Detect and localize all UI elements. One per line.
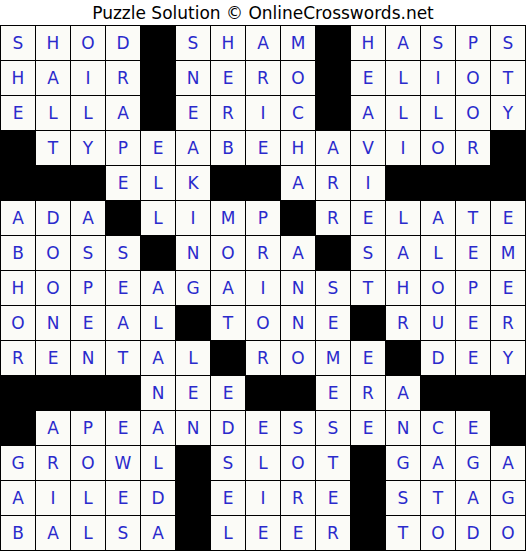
letter-cell: B [1, 516, 36, 551]
letter-cell: R [386, 306, 421, 341]
letter-cell: B [1, 236, 36, 271]
letter-cell: O [281, 61, 316, 96]
black-cell [176, 516, 211, 551]
letter-cell: A [421, 201, 456, 236]
letter-cell: R [316, 166, 351, 201]
letter-cell: I [386, 131, 421, 166]
letter-cell: O [491, 516, 526, 551]
letter-cell: L [141, 446, 176, 481]
letter-cell: A [36, 516, 71, 551]
letter-cell: L [71, 96, 106, 131]
letter-cell: S [351, 236, 386, 271]
letter-cell: U [421, 306, 456, 341]
black-cell [176, 481, 211, 516]
letter-cell: A [36, 411, 71, 446]
letter-cell: A [71, 201, 106, 236]
letter-cell: Y [71, 131, 106, 166]
letter-cell: L [386, 61, 421, 96]
letter-cell: S [106, 236, 141, 271]
black-cell [316, 236, 351, 271]
letter-cell: T [36, 131, 71, 166]
letter-cell: O [421, 271, 456, 306]
letter-cell: R [36, 446, 71, 481]
letter-cell: H [351, 26, 386, 61]
letter-cell: T [211, 306, 246, 341]
letter-cell: Y [491, 341, 526, 376]
letter-cell: I [71, 61, 106, 96]
letter-cell: R [211, 96, 246, 131]
letter-cell: R [316, 516, 351, 551]
letter-cell: L [71, 516, 106, 551]
letter-cell: O [246, 306, 281, 341]
letter-cell: A [176, 131, 211, 166]
letter-cell: E [456, 341, 491, 376]
letter-cell: N [71, 341, 106, 376]
letter-cell: E [351, 341, 386, 376]
letter-cell: O [421, 131, 456, 166]
letter-cell: T [421, 481, 456, 516]
letter-cell: E [106, 271, 141, 306]
black-cell [456, 166, 491, 201]
letter-cell: T [491, 61, 526, 96]
letter-cell: R [316, 201, 351, 236]
letter-cell: E [491, 201, 526, 236]
black-cell [141, 61, 176, 96]
letter-cell: P [106, 131, 141, 166]
letter-cell: M [281, 26, 316, 61]
black-cell [491, 411, 526, 446]
black-cell [106, 376, 141, 411]
letter-cell: H [1, 61, 36, 96]
letter-cell: A [1, 481, 36, 516]
black-cell [71, 166, 106, 201]
letter-cell: S [106, 516, 141, 551]
letter-cell: E [246, 516, 281, 551]
letter-cell: W [106, 446, 141, 481]
letter-cell: O [36, 271, 71, 306]
letter-cell: L [141, 306, 176, 341]
letter-cell: V [351, 131, 386, 166]
letter-cell: H [281, 131, 316, 166]
letter-cell: E [36, 341, 71, 376]
letter-cell: S [421, 26, 456, 61]
black-cell [71, 376, 106, 411]
letter-cell: S [491, 26, 526, 61]
letter-cell: S [176, 26, 211, 61]
letter-cell: A [141, 516, 176, 551]
black-cell [1, 131, 36, 166]
letter-cell: A [386, 376, 421, 411]
black-cell [176, 446, 211, 481]
letter-cell: L [141, 201, 176, 236]
letter-cell: N [176, 236, 211, 271]
letter-cell: G [456, 446, 491, 481]
letter-cell: I [246, 271, 281, 306]
letter-cell: R [246, 341, 281, 376]
letter-cell: D [141, 481, 176, 516]
letter-cell: A [36, 61, 71, 96]
black-cell [421, 376, 456, 411]
page-title: Puzzle Solution © OnlineCrosswords.net [0, 0, 526, 25]
letter-cell: N [36, 306, 71, 341]
letter-cell: O [421, 516, 456, 551]
black-cell [211, 166, 246, 201]
letter-cell: R [491, 306, 526, 341]
letter-cell: B [211, 131, 246, 166]
letter-cell: H [386, 271, 421, 306]
letter-cell: P [246, 201, 281, 236]
black-cell [386, 341, 421, 376]
letter-cell: Y [491, 96, 526, 131]
letter-cell: A [246, 26, 281, 61]
letter-cell: A [386, 236, 421, 271]
letter-cell: O [281, 341, 316, 376]
letter-cell: S [281, 411, 316, 446]
letter-cell: A [351, 96, 386, 131]
letter-cell: S [71, 236, 106, 271]
letter-cell: O [456, 96, 491, 131]
black-cell [1, 166, 36, 201]
letter-cell: E [316, 481, 351, 516]
letter-cell: A [281, 236, 316, 271]
letter-cell: D [36, 201, 71, 236]
letter-cell: E [1, 96, 36, 131]
letter-cell: T [386, 516, 421, 551]
letter-cell: E [176, 376, 211, 411]
letter-cell: D [456, 516, 491, 551]
letter-cell: T [316, 446, 351, 481]
black-cell [386, 166, 421, 201]
letter-cell: R [281, 481, 316, 516]
black-cell [281, 376, 316, 411]
letter-cell: E [106, 166, 141, 201]
letter-cell: E [211, 481, 246, 516]
black-cell [141, 26, 176, 61]
letter-cell: P [456, 26, 491, 61]
black-cell [456, 376, 491, 411]
letter-cell: S [386, 481, 421, 516]
letter-cell: T [351, 271, 386, 306]
letter-cell: S [316, 411, 351, 446]
black-cell [316, 26, 351, 61]
black-cell [316, 61, 351, 96]
letter-cell: A [281, 166, 316, 201]
black-cell [351, 516, 386, 551]
letter-cell: T [106, 341, 141, 376]
letter-cell: R [351, 376, 386, 411]
black-cell [421, 166, 456, 201]
black-cell [351, 481, 386, 516]
letter-cell: I [36, 481, 71, 516]
letter-cell: R [246, 61, 281, 96]
letter-cell: E [351, 411, 386, 446]
black-cell [1, 411, 36, 446]
letter-cell: C [421, 411, 456, 446]
letter-cell: G [176, 271, 211, 306]
letter-cell: L [386, 201, 421, 236]
letter-cell: G [1, 446, 36, 481]
letter-cell: M [211, 201, 246, 236]
letter-cell: T [456, 201, 491, 236]
letter-cell: A [456, 481, 491, 516]
letter-cell: I [351, 166, 386, 201]
black-cell [176, 306, 211, 341]
letter-cell: I [176, 201, 211, 236]
letter-cell: D [211, 411, 246, 446]
letter-cell: L [386, 96, 421, 131]
letter-cell: O [281, 446, 316, 481]
letter-cell: E [351, 201, 386, 236]
letter-cell: O [71, 26, 106, 61]
letter-cell: H [211, 26, 246, 61]
letter-cell: E [491, 271, 526, 306]
letter-cell: I [246, 481, 281, 516]
letter-cell: N [281, 271, 316, 306]
letter-cell: E [351, 61, 386, 96]
black-cell [351, 446, 386, 481]
letter-cell: G [491, 481, 526, 516]
letter-cell: P [456, 271, 491, 306]
letter-cell: N [281, 306, 316, 341]
letter-cell: R [246, 236, 281, 271]
letter-cell: R [106, 61, 141, 96]
letter-cell: A [421, 446, 456, 481]
black-cell [491, 166, 526, 201]
letter-cell: L [421, 96, 456, 131]
letter-cell: R [1, 341, 36, 376]
letter-cell: N [386, 411, 421, 446]
letter-cell: E [176, 96, 211, 131]
letter-cell: H [36, 26, 71, 61]
letter-cell: C [281, 96, 316, 131]
letter-cell: O [1, 306, 36, 341]
letter-cell: M [491, 236, 526, 271]
letter-cell: I [421, 61, 456, 96]
black-cell [141, 96, 176, 131]
letter-cell: O [211, 236, 246, 271]
letter-cell: D [106, 26, 141, 61]
black-cell [246, 166, 281, 201]
letter-cell: A [141, 411, 176, 446]
letter-cell: A [106, 306, 141, 341]
letter-cell: E [456, 306, 491, 341]
black-cell [106, 201, 141, 236]
letter-cell: A [491, 446, 526, 481]
letter-cell: I [246, 96, 281, 131]
letter-cell: A [211, 271, 246, 306]
letter-cell: L [176, 341, 211, 376]
letter-cell: N [176, 411, 211, 446]
letter-cell: E [316, 376, 351, 411]
black-cell [211, 341, 246, 376]
letter-cell: L [211, 516, 246, 551]
letter-cell: E [316, 306, 351, 341]
letter-cell: O [456, 61, 491, 96]
black-cell [36, 166, 71, 201]
black-cell [491, 376, 526, 411]
black-cell [141, 236, 176, 271]
letter-cell: A [141, 341, 176, 376]
letter-cell: S [211, 446, 246, 481]
black-cell [281, 201, 316, 236]
letter-cell: A [386, 26, 421, 61]
letter-cell: P [71, 411, 106, 446]
puzzle-solution-page: Puzzle Solution © OnlineCrosswords.net S… [0, 0, 526, 551]
letter-cell: N [176, 61, 211, 96]
letter-cell: H [1, 271, 36, 306]
black-cell [1, 376, 36, 411]
letter-cell: S [316, 271, 351, 306]
letter-cell: E [281, 516, 316, 551]
letter-cell: A [106, 96, 141, 131]
letter-cell: E [141, 131, 176, 166]
letter-cell: A [1, 201, 36, 236]
black-cell [316, 96, 351, 131]
letter-cell: L [246, 446, 281, 481]
letter-cell: P [71, 271, 106, 306]
black-cell [246, 376, 281, 411]
black-cell [491, 131, 526, 166]
letter-cell: L [36, 96, 71, 131]
letter-cell: E [246, 131, 281, 166]
letter-cell: E [246, 411, 281, 446]
black-cell [351, 306, 386, 341]
letter-cell: E [71, 306, 106, 341]
letter-cell: O [36, 236, 71, 271]
letter-cell: K [176, 166, 211, 201]
letter-cell: A [141, 271, 176, 306]
letter-cell: D [421, 341, 456, 376]
letter-cell: S [1, 26, 36, 61]
letter-cell: L [71, 481, 106, 516]
letter-cell: O [71, 446, 106, 481]
letter-cell: A [316, 131, 351, 166]
letter-cell: E [456, 236, 491, 271]
letter-cell: N [141, 376, 176, 411]
letter-cell: E [106, 411, 141, 446]
letter-cell: E [211, 61, 246, 96]
letter-cell: E [456, 411, 491, 446]
letter-cell: M [316, 341, 351, 376]
letter-cell: E [106, 481, 141, 516]
letter-cell: L [421, 236, 456, 271]
black-cell [36, 376, 71, 411]
letter-cell: G [386, 446, 421, 481]
letter-cell: L [141, 166, 176, 201]
crossword-grid: SHODSHAMHASPSHAIRNEROELIOTELLAERICALLOYT… [0, 25, 526, 551]
letter-cell: E [211, 376, 246, 411]
letter-cell: R [456, 131, 491, 166]
